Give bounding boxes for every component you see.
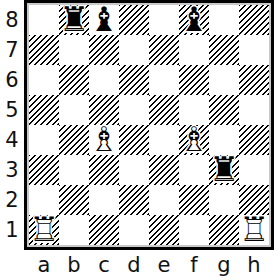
square-e4[interactable] [149, 125, 179, 155]
rank-label-3: 3 [0, 155, 24, 185]
square-d8[interactable] [119, 5, 149, 35]
black-bishop-piece[interactable]: ♝ [179, 4, 209, 34]
square-f4[interactable]: ♝♗ [179, 125, 209, 155]
white-rook-piece[interactable]: ♖ [239, 214, 269, 244]
rank-label-8: 8 [0, 5, 24, 35]
file-label-f: f [179, 250, 209, 280]
white-rook-fill: ♜ [29, 214, 59, 244]
square-g5[interactable] [209, 95, 239, 125]
square-b7[interactable] [59, 35, 89, 65]
square-f7[interactable] [179, 35, 209, 65]
square-e5[interactable] [149, 95, 179, 125]
square-f8[interactable]: ♝ [179, 5, 209, 35]
square-h3[interactable] [239, 155, 269, 185]
square-e2[interactable] [149, 185, 179, 215]
square-c7[interactable] [89, 35, 119, 65]
square-c3[interactable] [89, 155, 119, 185]
square-f2[interactable] [179, 185, 209, 215]
square-c6[interactable] [89, 65, 119, 95]
white-bishop-fill: ♝ [89, 124, 119, 154]
black-bishop-piece[interactable]: ♝ [89, 4, 119, 34]
file-label-a: a [29, 250, 59, 280]
square-d6[interactable] [119, 65, 149, 95]
white-rook-fill: ♜ [239, 214, 269, 244]
square-e7[interactable] [149, 35, 179, 65]
square-a8[interactable] [29, 5, 59, 35]
square-d2[interactable] [119, 185, 149, 215]
square-a7[interactable] [29, 35, 59, 65]
square-c1[interactable] [89, 215, 119, 245]
square-d4[interactable] [119, 125, 149, 155]
square-f3[interactable] [179, 155, 209, 185]
file-label-b: b [59, 250, 89, 280]
square-a1[interactable]: ♜♖ [29, 215, 59, 245]
file-labels: abcdefgh [24, 250, 274, 280]
square-h7[interactable] [239, 35, 269, 65]
square-h4[interactable] [239, 125, 269, 155]
square-h1[interactable]: ♜♖ [239, 215, 269, 245]
file-label-c: c [89, 250, 119, 280]
rank-label-7: 7 [0, 35, 24, 65]
square-g3[interactable]: ♜ [209, 155, 239, 185]
white-bishop-piece[interactable]: ♗ [179, 124, 209, 154]
rank-label-6: 6 [0, 65, 24, 95]
square-g6[interactable] [209, 65, 239, 95]
square-e6[interactable] [149, 65, 179, 95]
square-a2[interactable] [29, 185, 59, 215]
square-a5[interactable] [29, 95, 59, 125]
square-b4[interactable] [59, 125, 89, 155]
square-b8[interactable]: ♜ [59, 5, 89, 35]
square-f6[interactable] [179, 65, 209, 95]
square-h2[interactable] [239, 185, 269, 215]
board-frame: ♜♝♝♝♗♝♗♜♜♖♜♖ [24, 0, 274, 250]
file-label-d: d [119, 250, 149, 280]
file-label-g: g [209, 250, 239, 280]
square-e3[interactable] [149, 155, 179, 185]
square-g4[interactable] [209, 125, 239, 155]
square-a6[interactable] [29, 65, 59, 95]
square-h5[interactable] [239, 95, 269, 125]
square-g2[interactable] [209, 185, 239, 215]
square-b2[interactable] [59, 185, 89, 215]
square-b1[interactable] [59, 215, 89, 245]
square-d1[interactable] [119, 215, 149, 245]
square-c8[interactable]: ♝ [89, 5, 119, 35]
chess-board: ♜♝♝♝♗♝♗♜♜♖♜♖ [29, 5, 269, 245]
square-b5[interactable] [59, 95, 89, 125]
rank-labels: 87654321 [0, 0, 24, 250]
square-d3[interactable] [119, 155, 149, 185]
square-h8[interactable] [239, 5, 269, 35]
black-rook-piece[interactable]: ♜ [209, 154, 239, 184]
square-c2[interactable] [89, 185, 119, 215]
rank-label-1: 1 [0, 215, 24, 245]
square-e1[interactable] [149, 215, 179, 245]
file-label-h: h [239, 250, 269, 280]
rank-label-4: 4 [0, 125, 24, 155]
square-b3[interactable] [59, 155, 89, 185]
rank-label-2: 2 [0, 185, 24, 215]
file-label-e: e [149, 250, 179, 280]
square-e8[interactable] [149, 5, 179, 35]
rank-label-5: 5 [0, 95, 24, 125]
square-c4[interactable]: ♝♗ [89, 125, 119, 155]
square-g1[interactable] [209, 215, 239, 245]
square-c5[interactable] [89, 95, 119, 125]
white-bishop-fill: ♝ [179, 124, 209, 154]
black-rook-piece[interactable]: ♜ [59, 4, 89, 34]
square-d7[interactable] [119, 35, 149, 65]
square-d5[interactable] [119, 95, 149, 125]
white-rook-piece[interactable]: ♖ [29, 214, 59, 244]
chess-diagram: 87654321 ♜♝♝♝♗♝♗♜♜♖♜♖ abcdefgh [0, 0, 280, 280]
square-a3[interactable] [29, 155, 59, 185]
white-bishop-piece[interactable]: ♗ [89, 124, 119, 154]
square-a4[interactable] [29, 125, 59, 155]
square-h6[interactable] [239, 65, 269, 95]
square-g7[interactable] [209, 35, 239, 65]
square-b6[interactable] [59, 65, 89, 95]
square-f1[interactable] [179, 215, 209, 245]
square-f5[interactable] [179, 95, 209, 125]
square-g8[interactable] [209, 5, 239, 35]
